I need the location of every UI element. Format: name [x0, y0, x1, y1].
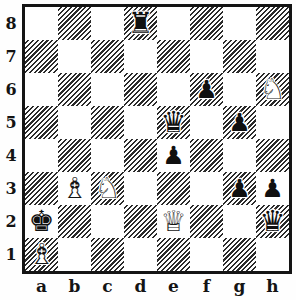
square-g6[interactable] — [223, 73, 256, 106]
square-e1[interactable] — [157, 238, 190, 271]
square-e2[interactable]: ♛♕ — [157, 205, 190, 238]
square-h4[interactable] — [256, 139, 289, 172]
square-f7[interactable] — [190, 40, 223, 73]
chess-board: ♜♟♞♘♛♟♟♝♗♞♘♟♟♚♛♕♛♝♗ — [22, 4, 292, 274]
square-e3[interactable] — [157, 172, 190, 205]
square-b2[interactable] — [58, 205, 91, 238]
white-knight-icon: ♘ — [256, 73, 289, 106]
square-e4[interactable]: ♟ — [157, 139, 190, 172]
rank-labels: 87654321 — [0, 4, 22, 274]
square-d7[interactable] — [124, 40, 157, 73]
square-h8[interactable] — [256, 7, 289, 40]
white-queen-icon: ♕ — [157, 205, 190, 238]
square-a5[interactable] — [25, 106, 58, 139]
square-c4[interactable] — [91, 139, 124, 172]
square-a4[interactable] — [25, 139, 58, 172]
black-rook: ♜ — [124, 7, 157, 40]
black-queen: ♛ — [157, 106, 190, 139]
square-g5[interactable]: ♟ — [223, 106, 256, 139]
white-knight: ♞♘ — [91, 172, 124, 205]
white-bishop-icon: ♗ — [58, 172, 91, 205]
file-label-a: a — [25, 276, 58, 296]
square-g1[interactable] — [223, 238, 256, 271]
square-c1[interactable] — [91, 238, 124, 271]
square-f3[interactable] — [190, 172, 223, 205]
square-d3[interactable] — [124, 172, 157, 205]
black-pawn: ♟ — [157, 139, 190, 172]
square-d5[interactable] — [124, 106, 157, 139]
square-c7[interactable] — [91, 40, 124, 73]
square-f5[interactable] — [190, 106, 223, 139]
square-c2[interactable] — [91, 205, 124, 238]
file-label-d: d — [124, 276, 157, 296]
square-g8[interactable] — [223, 7, 256, 40]
rank-label-3: 3 — [0, 172, 22, 205]
black-queen: ♛ — [256, 205, 289, 238]
file-label-f: f — [190, 276, 223, 296]
square-d6[interactable] — [124, 73, 157, 106]
square-c5[interactable] — [91, 106, 124, 139]
square-d1[interactable] — [124, 238, 157, 271]
black-pawn: ♟ — [256, 172, 289, 205]
white-queen: ♛♕ — [157, 205, 190, 238]
square-f2[interactable] — [190, 205, 223, 238]
square-h3[interactable]: ♟ — [256, 172, 289, 205]
black-pawn: ♟ — [223, 172, 256, 205]
rank-label-1: 1 — [0, 238, 22, 271]
square-e7[interactable] — [157, 40, 190, 73]
square-b4[interactable] — [58, 139, 91, 172]
square-a7[interactable] — [25, 40, 58, 73]
square-b8[interactable] — [58, 7, 91, 40]
chess-diagram: 87654321 ♜♟♞♘♛♟♟♝♗♞♘♟♟♚♛♕♛♝♗ abcdefgh — [0, 0, 296, 300]
square-f4[interactable] — [190, 139, 223, 172]
square-c3[interactable]: ♞♘ — [91, 172, 124, 205]
square-a3[interactable] — [25, 172, 58, 205]
square-h2[interactable]: ♛ — [256, 205, 289, 238]
square-d2[interactable] — [124, 205, 157, 238]
white-knight: ♞♘ — [256, 73, 289, 106]
square-g3[interactable]: ♟ — [223, 172, 256, 205]
square-g7[interactable] — [223, 40, 256, 73]
square-h1[interactable] — [256, 238, 289, 271]
square-a6[interactable] — [25, 73, 58, 106]
black-pawn: ♟ — [223, 106, 256, 139]
square-g4[interactable] — [223, 139, 256, 172]
file-labels: abcdefgh — [25, 276, 296, 296]
square-a8[interactable] — [25, 7, 58, 40]
black-pawn: ♟ — [190, 73, 223, 106]
square-c8[interactable] — [91, 7, 124, 40]
square-h6[interactable]: ♞♘ — [256, 73, 289, 106]
square-h7[interactable] — [256, 40, 289, 73]
square-e6[interactable] — [157, 73, 190, 106]
file-label-b: b — [58, 276, 91, 296]
rank-label-7: 7 — [0, 40, 22, 73]
file-label-h: h — [256, 276, 289, 296]
square-b7[interactable] — [58, 40, 91, 73]
file-label-e: e — [157, 276, 190, 296]
rank-label-5: 5 — [0, 106, 22, 139]
square-e5[interactable]: ♛ — [157, 106, 190, 139]
square-e8[interactable] — [157, 7, 190, 40]
square-c6[interactable] — [91, 73, 124, 106]
square-b1[interactable] — [58, 238, 91, 271]
black-king: ♚ — [25, 205, 58, 238]
square-a1[interactable]: ♝♗ — [25, 238, 58, 271]
rank-label-6: 6 — [0, 73, 22, 106]
square-h5[interactable] — [256, 106, 289, 139]
white-bishop: ♝♗ — [25, 238, 58, 271]
white-bishop-icon: ♗ — [25, 238, 58, 271]
square-b3[interactable]: ♝♗ — [58, 172, 91, 205]
file-label-g: g — [223, 276, 256, 296]
square-f6[interactable]: ♟ — [190, 73, 223, 106]
rank-label-4: 4 — [0, 139, 22, 172]
white-bishop: ♝♗ — [58, 172, 91, 205]
square-f1[interactable] — [190, 238, 223, 271]
square-d4[interactable] — [124, 139, 157, 172]
square-d8[interactable]: ♜ — [124, 7, 157, 40]
rank-label-8: 8 — [0, 7, 22, 40]
square-a2[interactable]: ♚ — [25, 205, 58, 238]
white-knight-icon: ♘ — [91, 172, 124, 205]
square-g2[interactable] — [223, 205, 256, 238]
square-b5[interactable] — [58, 106, 91, 139]
square-f8[interactable] — [190, 7, 223, 40]
square-b6[interactable] — [58, 73, 91, 106]
rank-label-2: 2 — [0, 205, 22, 238]
file-label-c: c — [91, 276, 124, 296]
